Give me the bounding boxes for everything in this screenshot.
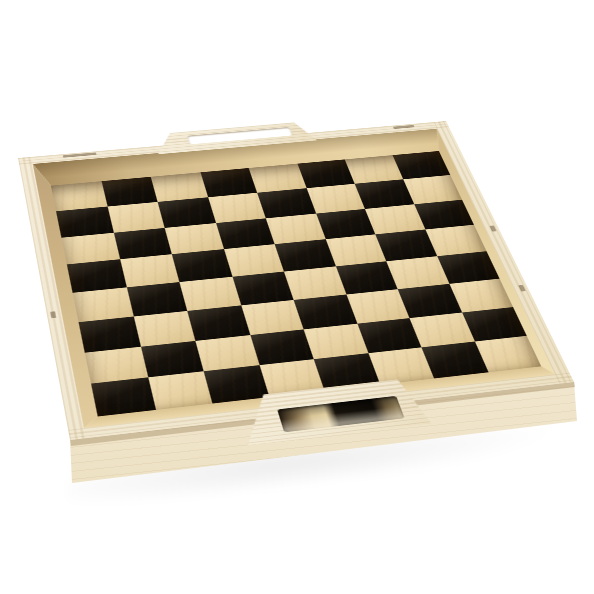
- square-c1: [204, 365, 269, 403]
- finger-joint-mark: [50, 311, 56, 318]
- back-handle-cutout: [187, 127, 292, 144]
- product-photo-scene: [0, 0, 594, 594]
- square-a1: [91, 378, 155, 417]
- finger-joint-mark: [518, 285, 526, 292]
- corner-joint-mark: [63, 152, 97, 157]
- corner-joint-mark: [393, 125, 415, 129]
- finger-joint-mark: [489, 225, 496, 231]
- square-b1: [148, 371, 213, 410]
- front-handle-cutout: [277, 396, 404, 432]
